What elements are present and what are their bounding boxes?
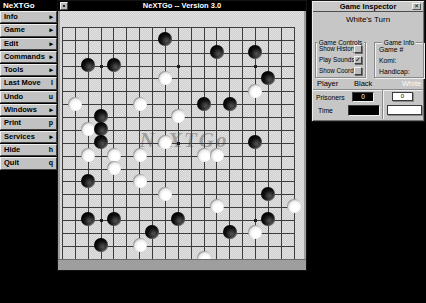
- white-stone[interactable]: [158, 187, 172, 201]
- black-stone[interactable]: [81, 212, 95, 226]
- star-point: [100, 65, 103, 68]
- submenu-arrow-icon: ▸: [49, 65, 53, 75]
- black-stone[interactable]: [261, 71, 275, 85]
- miniaturize-button-icon[interactable]: [60, 2, 68, 10]
- menu-item-label: Hide: [4, 145, 20, 154]
- go-grid[interactable]: [62, 27, 295, 260]
- menu-item-label: Last Move: [4, 78, 41, 87]
- black-stone[interactable]: [94, 135, 108, 149]
- menu-item-windows[interactable]: Windows▸: [0, 104, 57, 116]
- menu-item-label: Game: [4, 25, 25, 34]
- control-label: Show History: [319, 45, 356, 52]
- game-info-field: Handicap:: [375, 66, 423, 76]
- submenu-arrow-icon: ▸: [49, 39, 53, 49]
- inspector-titlebar[interactable]: Game Inspector ✕: [313, 2, 423, 12]
- black-time-field: [348, 105, 380, 116]
- black-stone[interactable]: [223, 97, 237, 111]
- white-stone[interactable]: [133, 174, 147, 188]
- menu-item-print[interactable]: Printp: [0, 117, 57, 129]
- white-stone[interactable]: [210, 199, 224, 213]
- black-stone[interactable]: [261, 212, 275, 226]
- black-stone[interactable]: [145, 225, 159, 239]
- submenu-arrow-icon: ▸: [49, 12, 53, 22]
- black-stone[interactable]: [81, 58, 95, 72]
- menu-item-last-move[interactable]: Last Movel: [0, 77, 57, 89]
- star-point: [177, 142, 180, 145]
- menu-item-info[interactable]: Info▸: [0, 11, 57, 23]
- show-history-checkbox[interactable]: [354, 45, 362, 53]
- game-controls-group: Game Controls Show HistoryPlay Sounds✓Sh…: [315, 42, 366, 78]
- inspector-title: Game Inspector: [313, 2, 423, 11]
- black-stone[interactable]: [248, 135, 262, 149]
- menu-item-hide[interactable]: Hideh: [0, 144, 57, 156]
- menu-item-quit[interactable]: Quitq: [0, 157, 57, 169]
- menu-item-tools[interactable]: Tools▸: [0, 64, 57, 76]
- black-stone[interactable]: [223, 225, 237, 239]
- control-row: Show History: [316, 44, 365, 54]
- submenu-arrow-icon: ▸: [49, 25, 53, 35]
- game-info-field: Komi:: [375, 55, 423, 65]
- black-stone[interactable]: [158, 32, 172, 46]
- menu-item-commands[interactable]: Commands▸: [0, 51, 57, 63]
- white-stone[interactable]: [287, 199, 301, 213]
- board-window: NeXTGo -- Version 3.0 NeXTGo: [57, 0, 307, 271]
- key-equivalent: u: [49, 92, 53, 102]
- key-equivalent: h: [49, 145, 53, 155]
- white-stone[interactable]: [68, 97, 82, 111]
- menu-item-label: Info: [4, 12, 18, 21]
- submenu-arrow-icon: ▸: [49, 105, 53, 115]
- window-resize-bar[interactable]: [58, 259, 306, 270]
- white-stone[interactable]: [133, 97, 147, 111]
- white-player-label: White: [402, 79, 421, 88]
- game-info-label: Game Info: [382, 39, 416, 47]
- key-equivalent: q: [49, 158, 53, 168]
- black-stone[interactable]: [248, 45, 262, 59]
- menu-item-label: Services: [4, 132, 35, 141]
- show-coords-checkbox[interactable]: [354, 67, 362, 75]
- menu-item-label: Edit: [4, 39, 18, 48]
- divider: [382, 90, 384, 119]
- close-icon[interactable]: ✕: [412, 3, 421, 10]
- game-info-group: Game Info Game #Komi:Handicap:: [374, 42, 424, 78]
- menu-item-list: Info▸Game▸Edit▸Commands▸Tools▸Last Movel…: [0, 11, 57, 170]
- menu-item-services[interactable]: Services▸: [0, 131, 57, 143]
- white-stone[interactable]: [133, 238, 147, 252]
- black-stone[interactable]: [171, 212, 185, 226]
- board-window-title: NeXTGo -- Version 3.0: [58, 1, 306, 11]
- menu-item-label: Undo: [4, 92, 23, 101]
- time-label: Time: [318, 107, 333, 114]
- control-row: Show Coords: [316, 66, 365, 76]
- white-stone[interactable]: [210, 148, 224, 162]
- black-prisoners-count: 0: [352, 92, 374, 102]
- submenu-arrow-icon: ▸: [49, 132, 53, 142]
- menu-title: NeXTGo: [0, 0, 57, 11]
- control-label: Show Coords: [319, 67, 357, 74]
- app-menu: NeXTGo Info▸Game▸Edit▸Commands▸Tools▸Las…: [0, 0, 57, 171]
- white-stone[interactable]: [133, 148, 147, 162]
- black-stone[interactable]: [210, 45, 224, 59]
- white-time-field: [387, 105, 422, 115]
- white-stone[interactable]: [158, 135, 172, 149]
- star-point: [100, 219, 103, 222]
- white-stone[interactable]: [81, 148, 95, 162]
- white-stone[interactable]: [248, 84, 262, 98]
- menu-item-game[interactable]: Game▸: [0, 24, 57, 36]
- prisoners-label: Prisoners: [316, 94, 345, 101]
- play-sounds-checkbox[interactable]: ✓: [354, 56, 362, 64]
- menu-item-label: Windows: [4, 105, 37, 114]
- white-stone[interactable]: [158, 71, 172, 85]
- white-stone[interactable]: [248, 225, 262, 239]
- desktop: NeXTGo Info▸Game▸Edit▸Commands▸Tools▸Las…: [0, 0, 426, 303]
- white-prisoners-count: 0: [392, 92, 413, 101]
- star-point: [254, 65, 257, 68]
- black-stone[interactable]: [107, 212, 121, 226]
- game-inspector-panel: Game Inspector ✕ White's Turn Game Contr…: [311, 0, 425, 122]
- white-stone[interactable]: [107, 161, 121, 175]
- player-header-row: Player Black White: [312, 79, 424, 88]
- star-point: [177, 65, 180, 68]
- board-window-titlebar[interactable]: NeXTGo -- Version 3.0: [58, 1, 306, 11]
- menu-item-label: Quit: [4, 158, 19, 167]
- black-stone[interactable]: [107, 58, 121, 72]
- go-board[interactable]: NeXTGo: [60, 11, 304, 260]
- black-stone[interactable]: [261, 187, 275, 201]
- turn-indicator: White's Turn: [312, 15, 424, 24]
- star-point: [254, 219, 257, 222]
- key-equivalent: p: [49, 118, 53, 128]
- white-stone[interactable]: [171, 109, 185, 123]
- menu-item-label: Tools: [4, 65, 23, 74]
- menu-item-edit[interactable]: Edit▸: [0, 38, 57, 50]
- key-equivalent: l: [51, 78, 53, 88]
- submenu-arrow-icon: ▸: [49, 52, 53, 62]
- control-label: Play Sounds: [319, 56, 354, 63]
- menu-item-undo[interactable]: Undou: [0, 91, 57, 103]
- black-stone[interactable]: [94, 238, 108, 252]
- menu-item-label: Commands: [4, 52, 45, 61]
- black-player-label: Black: [354, 79, 372, 88]
- control-row: Play Sounds✓: [316, 55, 365, 65]
- menu-item-label: Print: [4, 118, 21, 127]
- black-stone[interactable]: [81, 174, 95, 188]
- black-stone[interactable]: [197, 97, 211, 111]
- player-label: Player: [317, 79, 338, 88]
